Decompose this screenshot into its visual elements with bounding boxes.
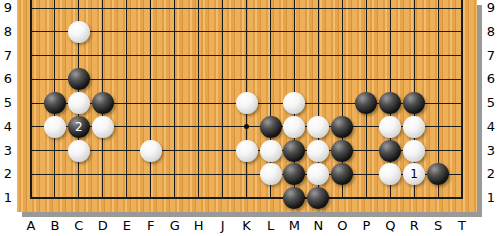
stone-black-Q3 [379,140,401,162]
stone-white-L2 [260,163,282,185]
col-label-J: J [211,217,235,235]
stone-white-B4 [44,116,66,138]
stone-white-C3 [68,140,90,162]
row-label-left-6: 6 [1,70,15,88]
col-label-A: A [19,217,43,235]
col-label-N: N [306,217,330,235]
stone-black-O4 [331,116,353,138]
stone-black-L4 [260,116,282,138]
stone-white-M5 [283,92,305,114]
stone-white-R4 [403,116,425,138]
stone-white-N2 [307,163,329,185]
col-label-K: K [235,217,259,235]
move-number-2: 2 [68,116,90,138]
col-label-P: P [354,217,378,235]
row-label-left-2: 2 [1,165,15,183]
grid-vline-G [174,0,175,199]
stone-white-R2: 1 [403,163,425,185]
row-label-left-8: 8 [1,23,15,41]
stone-white-M4 [283,116,305,138]
row-label-right-6: 6 [484,70,498,88]
row-label-right-8: 8 [484,23,498,41]
col-label-R: R [402,217,426,235]
col-label-F: F [139,217,163,235]
col-label-H: H [187,217,211,235]
stone-white-K5 [236,92,258,114]
grid-vline-J [222,0,223,199]
stone-white-Q2 [379,163,401,185]
row-label-left-9: 9 [1,0,15,17]
stone-black-R5 [403,92,425,114]
col-label-E: E [115,217,139,235]
go-board[interactable]: 21 [17,0,477,212]
stone-white-L3 [260,140,282,162]
row-label-right-9: 9 [484,0,498,17]
stone-black-N1 [307,187,329,209]
stone-black-S2 [427,163,449,185]
row-label-left-7: 7 [1,47,15,65]
stone-black-C6 [68,68,90,90]
row-label-left-1: 1 [1,189,15,207]
stone-black-C4: 2 [68,116,90,138]
grid-vline-H [198,0,199,199]
row-label-right-2: 2 [484,165,498,183]
stone-white-N3 [307,140,329,162]
stone-black-M3 [283,140,305,162]
col-label-G: G [163,217,187,235]
row-label-left-3: 3 [1,142,15,160]
col-label-C: C [67,217,91,235]
col-label-O: O [330,217,354,235]
col-label-D: D [91,217,115,235]
stone-white-Q4 [379,116,401,138]
stone-white-F3 [140,140,162,162]
row-label-right-5: 5 [484,94,498,112]
grid-vline-T [461,0,463,199]
stone-black-D5 [92,92,114,114]
col-label-Q: Q [378,217,402,235]
stone-black-Q5 [379,92,401,114]
stone-black-M1 [283,187,305,209]
col-label-T: T [450,217,474,235]
go-diagram: 21 998877665544332211ABCDEFGHJKLMNOPQRST [0,0,500,236]
move-number-1: 1 [403,163,425,185]
row-label-right-3: 3 [484,142,498,160]
stone-white-K3 [236,140,258,162]
grid-vline-F [150,0,151,199]
stone-white-C8 [68,21,90,43]
row-label-right-7: 7 [484,47,498,65]
col-label-S: S [426,217,450,235]
col-label-B: B [43,217,67,235]
col-label-M: M [282,217,306,235]
row-label-left-5: 5 [1,94,15,112]
grid-vline-E [126,0,127,199]
grid-vline-A [30,0,32,199]
stone-white-D4 [92,116,114,138]
stone-black-B5 [44,92,66,114]
col-label-L: L [259,217,283,235]
stone-white-C5 [68,92,90,114]
stone-black-P5 [355,92,377,114]
row-label-left-4: 4 [1,118,15,136]
stone-white-R3 [403,140,425,162]
row-label-right-4: 4 [484,118,498,136]
star-point-K4 [244,124,249,129]
stone-black-O3 [331,140,353,162]
stone-black-O2 [331,163,353,185]
stone-black-M2 [283,163,305,185]
row-label-right-1: 1 [484,189,498,207]
stone-white-N4 [307,116,329,138]
